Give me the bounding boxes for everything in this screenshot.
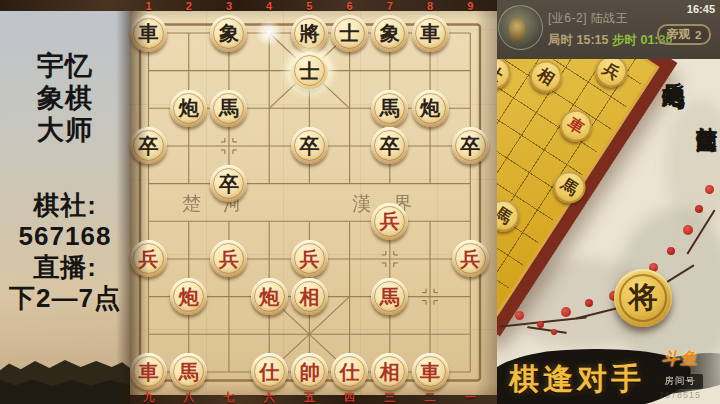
streamer-sidebar: 宇忆 象棋 大师 棋社: 567168 直播: 下2—7点 [0, 0, 130, 404]
piece-glyph: 車 [420, 362, 440, 382]
plum-blossom [551, 329, 557, 335]
piece-glyph: 士 [299, 61, 319, 81]
file-number-top: 4 [263, 0, 275, 12]
douyu-logo: 斗鱼 [643, 347, 717, 370]
piece-glyph: 卒 [460, 136, 480, 156]
opponent-name: [业6-2] 陆战王 [548, 10, 628, 27]
decorative-piece-glyph: 馬 [557, 174, 582, 200]
club-label: 棋社: [0, 190, 130, 221]
file-number-top: 8 [424, 0, 436, 12]
piece-glyph: 車 [420, 23, 440, 43]
opponent-topbar: [业6-2] 陆战王 局时 15:15 步时 01:30 16:45 旁观 2 [497, 0, 720, 60]
piece-glyph: 士 [340, 23, 360, 43]
calligraphy-column-2: 技艺盖世间 [691, 110, 719, 115]
plum-blossom [561, 307, 571, 317]
piece-glyph: 卒 [219, 174, 239, 194]
piece-glyph: 馬 [219, 98, 239, 118]
spectate-count: 2 [695, 29, 701, 41]
file-number-bottom: 三 [383, 390, 397, 404]
file-number-top: 7 [384, 0, 396, 12]
plum-blossom [537, 321, 544, 328]
piece-black-馬[interactable]: 馬 [371, 90, 408, 127]
piece-red-仕[interactable]: 仕 [251, 353, 288, 390]
opponent-avatar[interactable] [498, 5, 543, 50]
streamer-name-line: 大师 [0, 114, 130, 146]
piece-black-象[interactable]: 象 [371, 15, 408, 52]
system-clock: 16:45 [687, 3, 715, 15]
move-time-label: 步时 [612, 33, 637, 47]
spectate-button[interactable]: 旁观 2 [657, 24, 711, 45]
piece-glyph: 相 [299, 287, 319, 307]
file-number-top: 6 [344, 0, 356, 12]
plum-blossom [705, 185, 714, 194]
streamer-name: 宇忆 象棋 大师 [0, 50, 130, 146]
room-number: 7678515 [643, 390, 717, 400]
live-label: 直播: [0, 252, 130, 283]
piece-black-車[interactable]: 車 [130, 15, 167, 52]
file-number-top: 3 [223, 0, 235, 12]
piece-glyph: 卒 [139, 136, 159, 156]
piece-glyph: 兵 [460, 249, 480, 269]
piece-glyph: 炮 [420, 98, 440, 118]
file-number-bottom: 二 [423, 390, 437, 404]
xiangqi-board[interactable]: 楚 河 漢 界 123456789 九八七六五四三二一 車象將士象車士炮馬馬炮卒… [130, 0, 497, 404]
general-piece: 将 [614, 269, 672, 327]
piece-black-車[interactable]: 車 [412, 15, 449, 52]
game-time-value: 15:15 [576, 33, 608, 47]
last-move-origin-glow [256, 20, 282, 46]
piece-glyph: 兵 [380, 211, 400, 231]
file-number-bottom: 六 [262, 390, 276, 404]
room-label: 房间号 [657, 374, 703, 389]
piece-red-炮[interactable]: 炮 [251, 278, 288, 315]
piece-glyph: 車 [139, 23, 159, 43]
piece-glyph: 兵 [219, 249, 239, 269]
game-time-label: 局时 [548, 33, 573, 47]
file-number-bottom: 四 [343, 390, 357, 404]
piece-glyph: 炮 [259, 287, 279, 307]
piece-glyph: 帥 [299, 362, 319, 382]
decorative-piece-glyph: 仕 [497, 60, 507, 86]
plum-blossom [667, 247, 675, 255]
streamer-name-line: 象棋 [0, 82, 130, 114]
plum-blossom [683, 225, 693, 235]
piece-red-車[interactable]: 車 [412, 353, 449, 390]
piece-glyph: 兵 [299, 249, 319, 269]
sidebar-shade [116, 0, 130, 404]
file-number-bottom: 九 [142, 390, 156, 404]
piece-black-士[interactable]: 士 [331, 15, 368, 52]
piece-glyph: 馬 [380, 98, 400, 118]
stream-screen: 宇忆 象棋 大师 棋社: 567168 直播: 下2—7点 楚 河 漢 界 12… [0, 0, 720, 404]
file-number-top: 5 [303, 0, 315, 12]
piece-glyph: 車 [139, 362, 159, 382]
file-number-top: 1 [143, 0, 155, 12]
file-number-bottom: 七 [222, 390, 236, 404]
piece-red-兵[interactable]: 兵 [371, 203, 408, 240]
piece-glyph: 炮 [179, 98, 199, 118]
spectate-label: 旁观 [667, 27, 690, 42]
calligraphy-column-1: 兵挺炮鸣 [661, 63, 689, 72]
file-number-bottom: 一 [463, 390, 477, 404]
file-number-top: 9 [464, 0, 476, 12]
streamer-name-line: 宇忆 [0, 50, 130, 82]
piece-glyph: 仕 [259, 362, 279, 382]
piece-black-卒[interactable]: 卒 [452, 127, 489, 164]
piece-black-炮[interactable]: 炮 [170, 90, 207, 127]
game-app-panel: [业6-2] 陆战王 局时 15:15 步时 01:30 16:45 旁观 2 … [497, 0, 720, 404]
decorative-piece-glyph: 馬 [497, 203, 516, 229]
piece-black-士[interactable]: 士 [291, 52, 328, 89]
general-piece-glyph: 将 [629, 278, 658, 318]
file-number-bottom: 八 [182, 390, 196, 404]
decorative-piece-glyph: 兵 [599, 59, 624, 85]
piece-glyph: 仕 [340, 362, 360, 382]
plum-blossom [695, 205, 703, 213]
streamer-info: 棋社: 567168 直播: 下2—7点 [0, 190, 130, 314]
piece-red-相[interactable]: 相 [291, 278, 328, 315]
live-hours: 下2—7点 [0, 283, 130, 314]
club-number: 567168 [0, 221, 130, 252]
piece-black-象[interactable]: 象 [210, 15, 247, 52]
splash-slogan: 棋逢对手 [509, 359, 645, 400]
decorative-piece-glyph: 車 [563, 113, 588, 139]
piece-glyph: 卒 [380, 136, 400, 156]
plum-blossom [585, 299, 593, 307]
file-number-top: 2 [183, 0, 195, 12]
piece-black-將[interactable]: 將 [291, 15, 328, 52]
timers: 局时 15:15 步时 01:30 [548, 32, 672, 49]
watermark: 斗鱼 房间号 7678515 [643, 347, 717, 400]
piece-black-炮[interactable]: 炮 [412, 90, 449, 127]
loading-splash: 楚河 漢界 兵相車仕馬炮車卒馬兵 兵挺炮鸣 技艺盖世间 将 [497, 59, 720, 404]
piece-glyph: 相 [380, 362, 400, 382]
piece-glyph: 馬 [380, 287, 400, 307]
plum-blossom [515, 311, 524, 320]
piece-glyph: 卒 [299, 136, 319, 156]
piece-glyph: 兵 [139, 249, 159, 269]
piece-glyph: 象 [380, 23, 400, 43]
decorative-piece-glyph: 相 [533, 63, 558, 89]
piece-glyph: 象 [219, 23, 239, 43]
piece-glyph: 炮 [179, 287, 199, 307]
piece-red-兵[interactable]: 兵 [452, 240, 489, 277]
piece-glyph: 馬 [179, 362, 199, 382]
piece-black-馬[interactable]: 馬 [210, 90, 247, 127]
file-number-bottom: 五 [302, 390, 316, 404]
piece-glyph: 將 [299, 23, 319, 43]
wood-frame-top [0, 0, 497, 11]
